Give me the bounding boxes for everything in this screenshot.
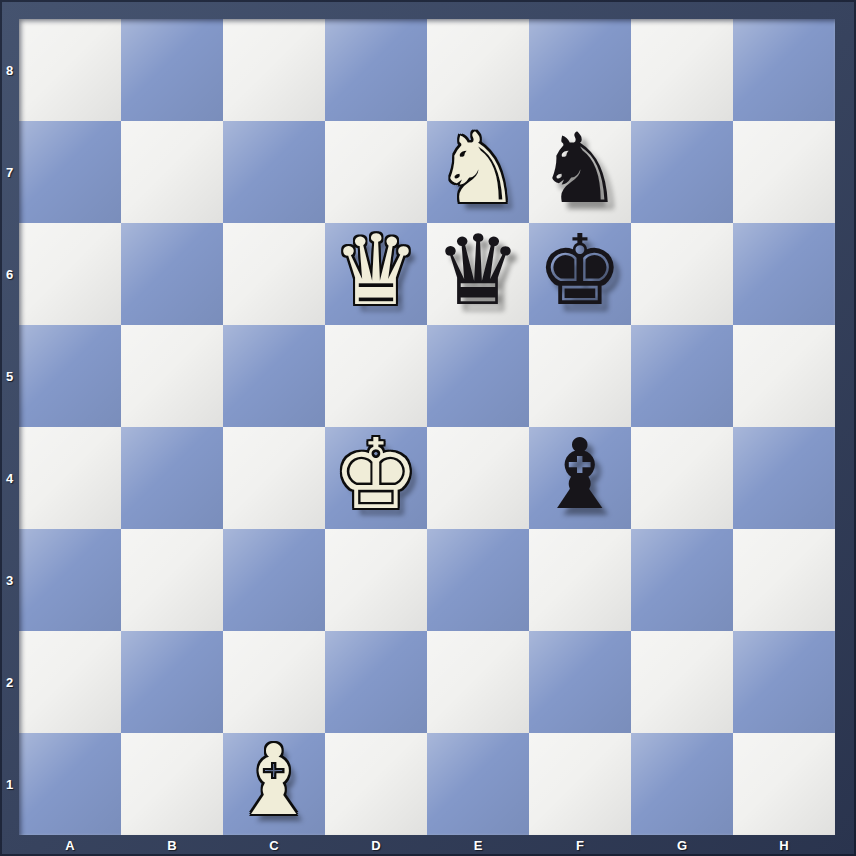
white-knight-e7[interactable]: ♞	[435, 120, 522, 217]
file-label-a: A	[19, 835, 121, 856]
rank-label-5: 5	[0, 325, 19, 427]
square-b6[interactable]	[121, 223, 223, 325]
chessboard: 87654321 ♞♞♛♛♚♚♝♝ ABCDEFGH	[0, 0, 856, 856]
file-label-h: H	[733, 835, 835, 856]
square-d3[interactable]	[325, 529, 427, 631]
white-king-d4[interactable]: ♚	[333, 426, 420, 523]
square-f4[interactable]: ♝	[529, 427, 631, 529]
square-d4[interactable]: ♚	[325, 427, 427, 529]
board-grid: ♞♞♛♛♚♚♝♝	[19, 19, 835, 835]
file-label-f: F	[529, 835, 631, 856]
square-a7[interactable]	[19, 121, 121, 223]
file-labels: ABCDEFGH	[19, 835, 835, 856]
square-d8[interactable]	[325, 19, 427, 121]
square-g4[interactable]	[631, 427, 733, 529]
black-knight-f7[interactable]: ♞	[537, 120, 624, 217]
black-queen-e6[interactable]: ♛	[435, 222, 522, 319]
square-f8[interactable]	[529, 19, 631, 121]
square-f1[interactable]	[529, 733, 631, 835]
square-h1[interactable]	[733, 733, 835, 835]
square-e8[interactable]	[427, 19, 529, 121]
file-label-d: D	[325, 835, 427, 856]
square-f3[interactable]	[529, 529, 631, 631]
black-king-f6[interactable]: ♚	[537, 222, 624, 319]
square-b7[interactable]	[121, 121, 223, 223]
file-label-c: C	[223, 835, 325, 856]
square-h3[interactable]	[733, 529, 835, 631]
square-e1[interactable]	[427, 733, 529, 835]
square-f5[interactable]	[529, 325, 631, 427]
square-h6[interactable]	[733, 223, 835, 325]
black-bishop-f4[interactable]: ♝	[537, 426, 624, 523]
square-g5[interactable]	[631, 325, 733, 427]
white-bishop-c1[interactable]: ♝	[231, 732, 318, 829]
square-c4[interactable]	[223, 427, 325, 529]
square-g7[interactable]	[631, 121, 733, 223]
square-d2[interactable]	[325, 631, 427, 733]
square-d7[interactable]	[325, 121, 427, 223]
square-a2[interactable]	[19, 631, 121, 733]
square-e7[interactable]: ♞	[427, 121, 529, 223]
square-c2[interactable]	[223, 631, 325, 733]
square-b4[interactable]	[121, 427, 223, 529]
square-g8[interactable]	[631, 19, 733, 121]
rank-label-6: 6	[0, 223, 19, 325]
file-label-e: E	[427, 835, 529, 856]
square-h5[interactable]	[733, 325, 835, 427]
rank-label-4: 4	[0, 427, 19, 529]
square-g6[interactable]	[631, 223, 733, 325]
square-d1[interactable]	[325, 733, 427, 835]
square-f6[interactable]: ♚	[529, 223, 631, 325]
white-queen-d6[interactable]: ♛	[333, 222, 420, 319]
square-d6[interactable]: ♛	[325, 223, 427, 325]
square-h8[interactable]	[733, 19, 835, 121]
square-a1[interactable]	[19, 733, 121, 835]
rank-label-1: 1	[0, 733, 19, 835]
square-a8[interactable]	[19, 19, 121, 121]
square-a5[interactable]	[19, 325, 121, 427]
square-c5[interactable]	[223, 325, 325, 427]
square-a4[interactable]	[19, 427, 121, 529]
square-a3[interactable]	[19, 529, 121, 631]
square-e6[interactable]: ♛	[427, 223, 529, 325]
square-b1[interactable]	[121, 733, 223, 835]
square-b3[interactable]	[121, 529, 223, 631]
square-c3[interactable]	[223, 529, 325, 631]
square-a6[interactable]	[19, 223, 121, 325]
square-c1[interactable]: ♝	[223, 733, 325, 835]
square-c6[interactable]	[223, 223, 325, 325]
square-g2[interactable]	[631, 631, 733, 733]
square-g3[interactable]	[631, 529, 733, 631]
square-f7[interactable]: ♞	[529, 121, 631, 223]
square-b2[interactable]	[121, 631, 223, 733]
square-d5[interactable]	[325, 325, 427, 427]
rank-label-8: 8	[0, 19, 19, 121]
square-e3[interactable]	[427, 529, 529, 631]
rank-label-2: 2	[0, 631, 19, 733]
square-b8[interactable]	[121, 19, 223, 121]
rank-label-3: 3	[0, 529, 19, 631]
square-h2[interactable]	[733, 631, 835, 733]
square-e5[interactable]	[427, 325, 529, 427]
file-label-b: B	[121, 835, 223, 856]
rank-labels: 87654321	[0, 19, 19, 835]
square-g1[interactable]	[631, 733, 733, 835]
square-c8[interactable]	[223, 19, 325, 121]
square-b5[interactable]	[121, 325, 223, 427]
square-h4[interactable]	[733, 427, 835, 529]
square-e4[interactable]	[427, 427, 529, 529]
file-label-g: G	[631, 835, 733, 856]
rank-label-7: 7	[0, 121, 19, 223]
square-e2[interactable]	[427, 631, 529, 733]
square-h7[interactable]	[733, 121, 835, 223]
square-f2[interactable]	[529, 631, 631, 733]
square-c7[interactable]	[223, 121, 325, 223]
